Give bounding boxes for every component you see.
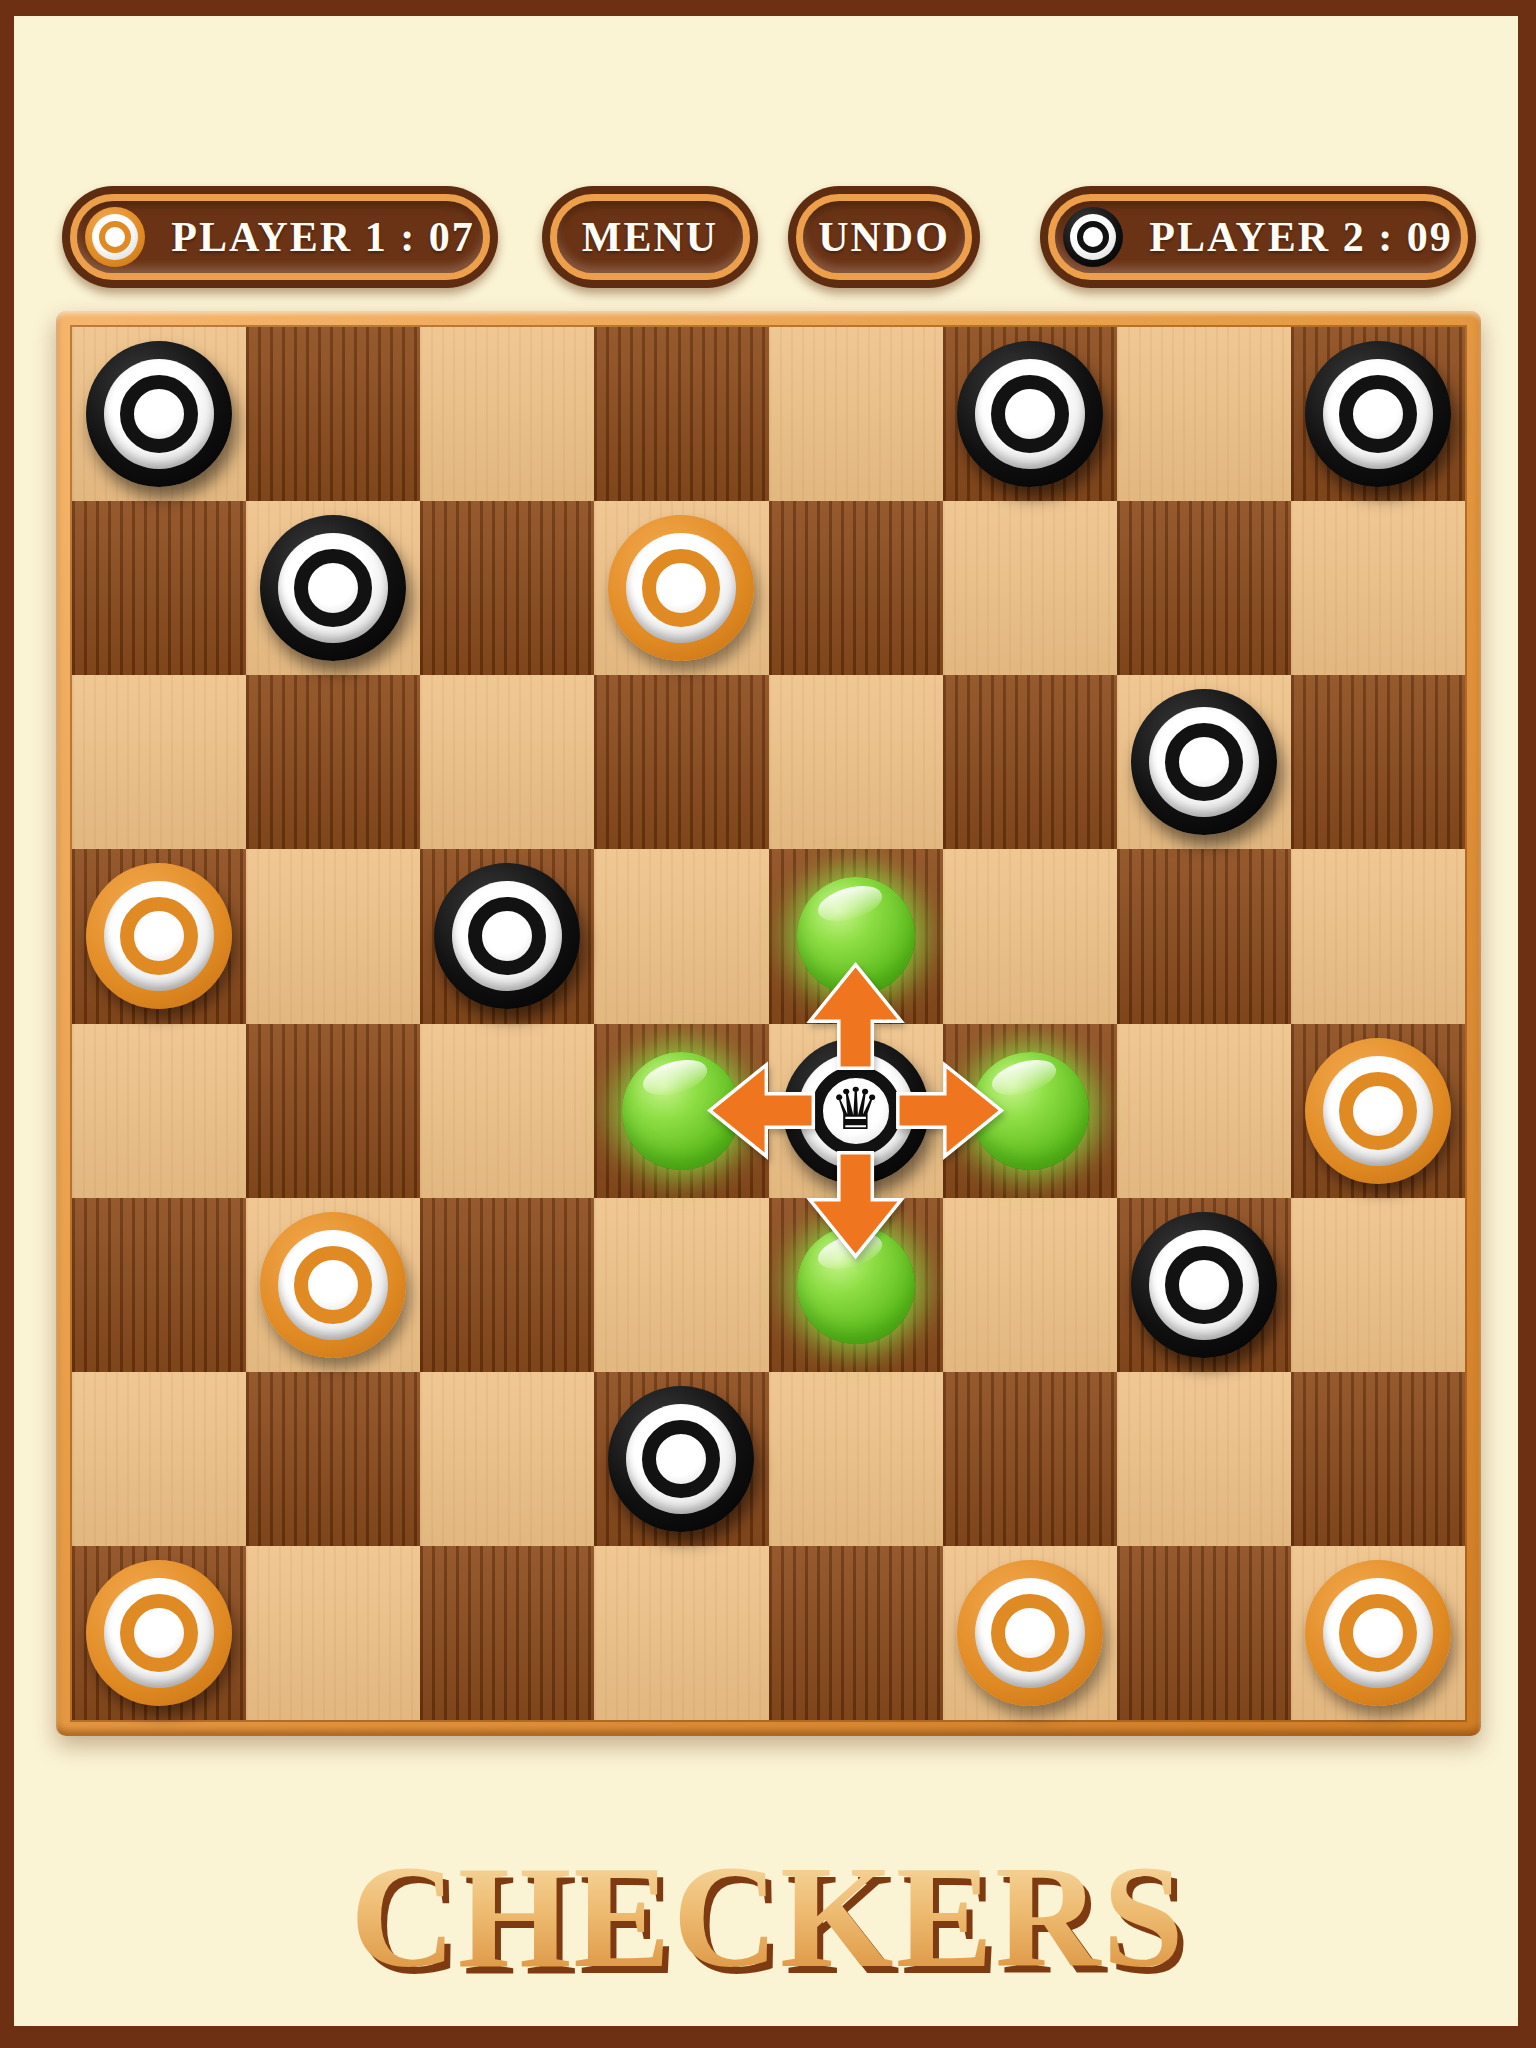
square-b2 — [246, 1372, 420, 1546]
menu-button[interactable]: MENU — [542, 186, 758, 288]
square-f5 — [943, 849, 1117, 1023]
undo-button-label: UNDO — [818, 213, 950, 261]
square-a4 — [72, 1024, 246, 1198]
square-b1 — [246, 1546, 420, 1720]
orange-piece[interactable] — [957, 1560, 1103, 1706]
screen-border-bottom — [0, 2026, 1536, 2048]
black-piece[interactable] — [1131, 1212, 1277, 1358]
screen-border-top — [0, 0, 1536, 16]
black-piece[interactable] — [1305, 341, 1451, 487]
square-g1 — [1117, 1546, 1291, 1720]
square-c6 — [420, 675, 594, 849]
square-d3 — [594, 1198, 768, 1372]
square-e8 — [769, 327, 943, 501]
orange-piece[interactable] — [1305, 1560, 1451, 1706]
square-d5 — [594, 849, 768, 1023]
square-f3 — [943, 1198, 1117, 1372]
square-b4 — [246, 1024, 420, 1198]
square-c2 — [420, 1372, 594, 1546]
black-piece[interactable] — [1131, 689, 1277, 835]
square-c8 — [420, 327, 594, 501]
square-f7 — [943, 501, 1117, 675]
black-piece[interactable] — [86, 341, 232, 487]
black-piece[interactable] — [957, 341, 1103, 487]
square-a3 — [72, 1198, 246, 1372]
player2-score-label: PLAYER 2 : 09 — [1149, 213, 1452, 261]
board-frame: ♛ — [56, 311, 1481, 1736]
orange-piece[interactable] — [86, 863, 232, 1009]
square-d8 — [594, 327, 768, 501]
square-f2 — [943, 1372, 1117, 1546]
square-c3 — [420, 1198, 594, 1372]
menu-button-label: MENU — [582, 213, 718, 261]
game-title: CHECKERS — [0, 1844, 1536, 1990]
screen-border-right — [1518, 0, 1536, 2048]
move-target-orb[interactable] — [622, 1052, 740, 1170]
square-b5 — [246, 849, 420, 1023]
square-c1 — [420, 1546, 594, 1720]
king-crown-icon: ♛ — [830, 1080, 882, 1138]
square-e6 — [769, 675, 943, 849]
square-d6 — [594, 675, 768, 849]
orange-checker-icon — [85, 207, 145, 267]
square-e2 — [769, 1372, 943, 1546]
orange-piece[interactable] — [260, 1212, 406, 1358]
player2-score-button-face: PLAYER 2 : 09 — [1048, 194, 1468, 280]
square-f6 — [943, 675, 1117, 849]
square-h5 — [1291, 849, 1465, 1023]
square-a6 — [72, 675, 246, 849]
menu-button-face: MENU — [550, 194, 750, 280]
black-king-piece[interactable]: ♛ — [783, 1038, 929, 1184]
square-b6 — [246, 675, 420, 849]
black-checker-icon — [1063, 207, 1123, 267]
orange-piece[interactable] — [86, 1560, 232, 1706]
square-h2 — [1291, 1372, 1465, 1546]
screen-border-left — [0, 0, 14, 2048]
orange-piece[interactable] — [608, 515, 754, 661]
black-piece[interactable] — [434, 863, 580, 1009]
square-a7 — [72, 501, 246, 675]
square-h3 — [1291, 1198, 1465, 1372]
square-g8 — [1117, 327, 1291, 501]
square-d1 — [594, 1546, 768, 1720]
black-piece[interactable] — [608, 1386, 754, 1532]
move-target-orb[interactable] — [971, 1052, 1089, 1170]
square-c7 — [420, 501, 594, 675]
square-c4 — [420, 1024, 594, 1198]
square-g4 — [1117, 1024, 1291, 1198]
player1-score-button-face: PLAYER 1 : 07 — [70, 194, 490, 280]
square-g7 — [1117, 501, 1291, 675]
board-grid: ♛ — [72, 327, 1465, 1720]
square-e7 — [769, 501, 943, 675]
square-a2 — [72, 1372, 246, 1546]
player1-score-button[interactable]: PLAYER 1 : 07 — [62, 186, 498, 288]
move-target-orb[interactable] — [797, 877, 915, 995]
player2-score-button[interactable]: PLAYER 2 : 09 — [1040, 186, 1476, 288]
undo-button-face: UNDO — [796, 194, 972, 280]
undo-button[interactable]: UNDO — [788, 186, 980, 288]
square-h7 — [1291, 501, 1465, 675]
square-b8 — [246, 327, 420, 501]
orange-piece[interactable] — [1305, 1038, 1451, 1184]
square-e1 — [769, 1546, 943, 1720]
player1-score-label: PLAYER 1 : 07 — [171, 213, 474, 261]
square-h6 — [1291, 675, 1465, 849]
move-target-orb[interactable] — [797, 1226, 915, 1344]
black-piece[interactable] — [260, 515, 406, 661]
square-g5 — [1117, 849, 1291, 1023]
square-g2 — [1117, 1372, 1291, 1546]
